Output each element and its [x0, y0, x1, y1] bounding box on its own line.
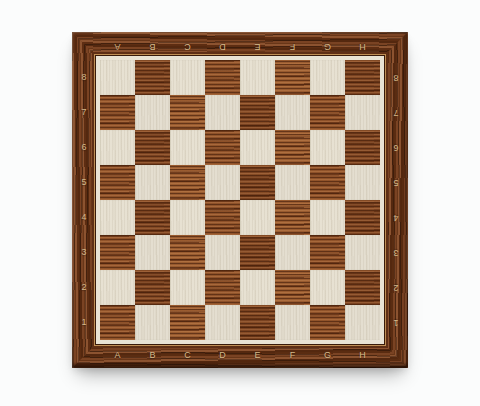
square-g5[interactable]: [310, 165, 345, 200]
file-label-g-bottom: G: [310, 350, 345, 361]
file-label-b-top: B: [135, 41, 170, 52]
square-c2[interactable]: [170, 270, 205, 305]
square-a6[interactable]: [100, 130, 135, 165]
square-f1[interactable]: [275, 305, 310, 340]
rank-label-8-left: 8: [72, 72, 96, 83]
file-label-d-top: D: [205, 41, 240, 52]
square-e8[interactable]: [240, 60, 275, 95]
file-label-c-top: C: [170, 41, 205, 52]
square-f2[interactable]: [275, 270, 310, 305]
file-label-h-top: H: [345, 41, 380, 52]
file-label-c-bottom: C: [170, 350, 205, 361]
square-a5[interactable]: [100, 165, 135, 200]
rank-label-4-right: 4: [384, 212, 408, 223]
square-a8[interactable]: [100, 60, 135, 95]
rank-label-5-left: 5: [72, 177, 96, 188]
square-a2[interactable]: [100, 270, 135, 305]
square-h5[interactable]: [345, 165, 380, 200]
rank-label-4-left: 4: [72, 212, 96, 223]
square-h2[interactable]: [345, 270, 380, 305]
square-f6[interactable]: [275, 130, 310, 165]
rank-label-2-right: 2: [384, 282, 408, 293]
square-b8[interactable]: [135, 60, 170, 95]
square-a3[interactable]: [100, 235, 135, 270]
square-f3[interactable]: [275, 235, 310, 270]
square-c7[interactable]: [170, 95, 205, 130]
square-d3[interactable]: [205, 235, 240, 270]
square-b4[interactable]: [135, 200, 170, 235]
squares-grid: [100, 60, 380, 340]
square-e5[interactable]: [240, 165, 275, 200]
square-g3[interactable]: [310, 235, 345, 270]
rank-label-5-right: 5: [384, 177, 408, 188]
square-h6[interactable]: [345, 130, 380, 165]
rank-label-3-right: 3: [384, 247, 408, 258]
file-label-f-bottom: F: [275, 350, 310, 361]
square-g6[interactable]: [310, 130, 345, 165]
square-f5[interactable]: [275, 165, 310, 200]
square-d5[interactable]: [205, 165, 240, 200]
square-g4[interactable]: [310, 200, 345, 235]
file-label-a-top: A: [100, 41, 135, 52]
rank-label-3-left: 3: [72, 247, 96, 258]
square-b7[interactable]: [135, 95, 170, 130]
file-label-h-bottom: H: [345, 350, 380, 361]
rank-label-1-left: 1: [72, 317, 96, 328]
square-c4[interactable]: [170, 200, 205, 235]
square-c8[interactable]: [170, 60, 205, 95]
square-a1[interactable]: [100, 305, 135, 340]
square-g1[interactable]: [310, 305, 345, 340]
file-label-e-top: E: [240, 41, 275, 52]
rank-label-7-left: 7: [72, 107, 96, 118]
square-f4[interactable]: [275, 200, 310, 235]
square-c6[interactable]: [170, 130, 205, 165]
square-c5[interactable]: [170, 165, 205, 200]
square-a7[interactable]: [100, 95, 135, 130]
rank-label-2-left: 2: [72, 282, 96, 293]
square-d8[interactable]: [205, 60, 240, 95]
file-label-d-bottom: D: [205, 350, 240, 361]
square-b2[interactable]: [135, 270, 170, 305]
square-h3[interactable]: [345, 235, 380, 270]
file-label-f-top: F: [275, 41, 310, 52]
square-e2[interactable]: [240, 270, 275, 305]
file-label-b-bottom: B: [135, 350, 170, 361]
square-b1[interactable]: [135, 305, 170, 340]
square-d6[interactable]: [205, 130, 240, 165]
square-g2[interactable]: [310, 270, 345, 305]
rank-label-6-right: 6: [384, 142, 408, 153]
square-d7[interactable]: [205, 95, 240, 130]
square-h8[interactable]: [345, 60, 380, 95]
file-label-e-bottom: E: [240, 350, 275, 361]
square-d4[interactable]: [205, 200, 240, 235]
square-f7[interactable]: [275, 95, 310, 130]
square-e6[interactable]: [240, 130, 275, 165]
chess-board: AABBCCDDEEFFGGHH8877665544332211: [72, 32, 408, 368]
file-label-a-bottom: A: [100, 350, 135, 361]
square-f8[interactable]: [275, 60, 310, 95]
square-b3[interactable]: [135, 235, 170, 270]
square-a4[interactable]: [100, 200, 135, 235]
file-label-g-top: G: [310, 41, 345, 52]
square-g8[interactable]: [310, 60, 345, 95]
square-b6[interactable]: [135, 130, 170, 165]
square-d2[interactable]: [205, 270, 240, 305]
rank-label-8-right: 8: [384, 72, 408, 83]
square-h1[interactable]: [345, 305, 380, 340]
rank-label-7-right: 7: [384, 107, 408, 118]
square-e7[interactable]: [240, 95, 275, 130]
square-h4[interactable]: [345, 200, 380, 235]
square-e1[interactable]: [240, 305, 275, 340]
square-c1[interactable]: [170, 305, 205, 340]
square-h7[interactable]: [345, 95, 380, 130]
square-g7[interactable]: [310, 95, 345, 130]
square-d1[interactable]: [205, 305, 240, 340]
photo-background: AABBCCDDEEFFGGHH8877665544332211: [0, 0, 480, 406]
rank-label-1-right: 1: [384, 317, 408, 328]
square-e4[interactable]: [240, 200, 275, 235]
rank-label-6-left: 6: [72, 142, 96, 153]
square-c3[interactable]: [170, 235, 205, 270]
square-b5[interactable]: [135, 165, 170, 200]
square-e3[interactable]: [240, 235, 275, 270]
